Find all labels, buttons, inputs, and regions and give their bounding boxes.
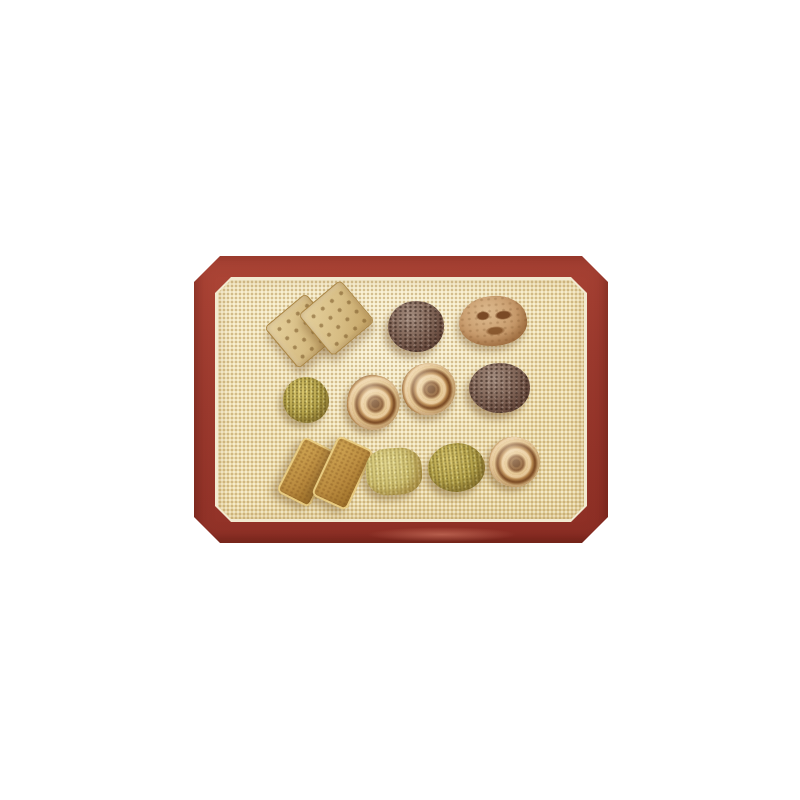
chocolate-drop-top — [388, 301, 444, 352]
pale-cookie-bottom — [364, 446, 423, 497]
chocolate-drop-middle — [469, 363, 530, 413]
green-cookie-middle — [283, 377, 329, 423]
mat-rim-highlight — [367, 527, 517, 542]
product-photo — [0, 0, 800, 800]
baking-mat — [194, 256, 608, 543]
